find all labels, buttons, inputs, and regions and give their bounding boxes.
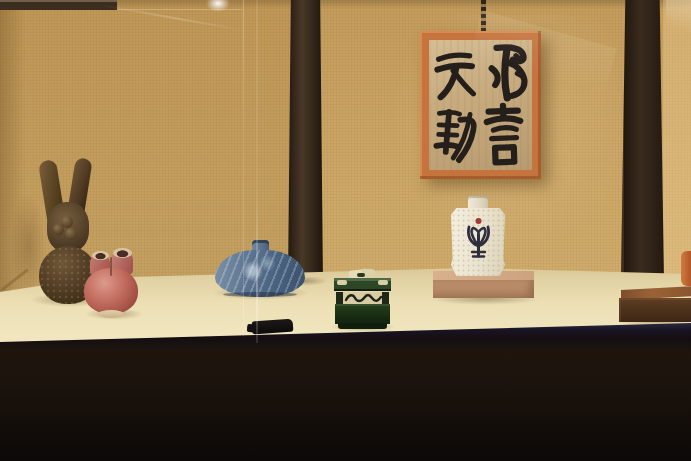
glass-seam-left (243, 0, 244, 341)
green-box-knob-accent (357, 273, 365, 277)
blue-jar-foot-shade (223, 292, 297, 297)
blue-grey-jar (215, 240, 305, 297)
pink-vessel-left-rim (92, 251, 109, 260)
pink-vessel-right-rim (113, 248, 132, 258)
brown-box (619, 290, 691, 322)
white-bottle-neck (468, 196, 488, 210)
calligraphy-character-dou (430, 103, 478, 167)
display-case-photo (0, 0, 691, 461)
green-box-curl-pattern (336, 292, 389, 304)
white-faceted-bottle (451, 196, 505, 276)
pink-vessel-foot (98, 310, 124, 318)
glass-reflection-highlight (206, 0, 230, 12)
calligraphy-character-ki (478, 101, 530, 169)
sculpture-knuckle (65, 228, 77, 240)
pink-twin-mouth-vessel (83, 251, 140, 318)
green-box-base (338, 323, 387, 329)
green-box-pattern-band (336, 292, 389, 304)
indigo-floral-motif (464, 214, 493, 260)
plinth-front-face (433, 280, 534, 298)
green-box-lid-accent (337, 280, 347, 285)
glass-seam-right (256, 0, 258, 343)
green-box-lid (334, 278, 391, 291)
green-box-lid-accent (378, 280, 388, 285)
sculpture-knuckle (53, 224, 64, 235)
green-box-body (335, 304, 390, 324)
orange-vessel-sliver (681, 251, 691, 286)
pink-vessel-crease (110, 257, 112, 276)
case-bottom-panel (0, 318, 691, 461)
green-lidded-box (333, 270, 392, 329)
wood-post-right (621, 0, 664, 281)
brown-box-front-face (619, 298, 691, 322)
glass-corner-light (666, 0, 691, 46)
blue-jar-body (215, 250, 305, 297)
